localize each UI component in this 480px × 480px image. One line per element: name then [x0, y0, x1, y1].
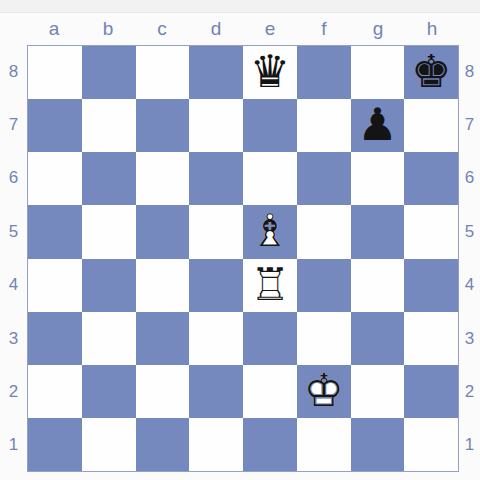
rank-label-1: 1	[0, 419, 27, 472]
square-c5[interactable]	[136, 205, 190, 258]
square-e1[interactable]	[243, 418, 297, 471]
square-d3[interactable]	[189, 312, 243, 365]
square-d6[interactable]	[189, 152, 243, 205]
square-a2[interactable]	[28, 365, 82, 418]
rank-label-6: 6	[459, 152, 480, 205]
square-c2[interactable]	[136, 365, 190, 418]
square-f4[interactable]	[297, 259, 351, 312]
rank-label-8: 8	[459, 45, 480, 98]
square-b5[interactable]	[82, 205, 136, 258]
rank-label-2: 2	[459, 365, 480, 418]
white-rook[interactable]: ♜♖	[243, 259, 297, 312]
square-h4[interactable]	[404, 259, 458, 312]
file-label-a: a	[27, 14, 81, 44]
square-a7[interactable]	[28, 99, 82, 152]
square-h5[interactable]	[404, 205, 458, 258]
square-a5[interactable]	[28, 205, 82, 258]
file-label-e: e	[243, 14, 297, 44]
rank-label-4: 4	[459, 259, 480, 312]
rank-label-4: 4	[0, 259, 27, 312]
square-h3[interactable]	[404, 312, 458, 365]
black-queen-glyph: ♛	[250, 49, 290, 94]
black-queen[interactable]: ♛	[243, 46, 297, 99]
rank-label-3: 3	[459, 312, 480, 365]
square-d8[interactable]	[189, 46, 243, 99]
file-labels: abcdefgh	[27, 14, 459, 44]
rank-label-8: 8	[0, 45, 27, 98]
square-g7[interactable]: ♟	[351, 99, 405, 152]
square-e2[interactable]	[243, 365, 297, 418]
square-e5[interactable]: ♝♗	[243, 205, 297, 258]
square-h6[interactable]	[404, 152, 458, 205]
square-f1[interactable]	[297, 418, 351, 471]
file-label-h: h	[405, 14, 459, 44]
rank-label-1: 1	[459, 419, 480, 472]
square-b8[interactable]	[82, 46, 136, 99]
file-label-f: f	[297, 14, 351, 44]
square-e8[interactable]: ♛	[243, 46, 297, 99]
rank-label-2: 2	[0, 365, 27, 418]
square-d7[interactable]	[189, 99, 243, 152]
square-a8[interactable]	[28, 46, 82, 99]
square-e4[interactable]: ♜♖	[243, 259, 297, 312]
rank-label-7: 7	[459, 98, 480, 151]
black-king[interactable]: ♚	[404, 46, 458, 99]
square-f8[interactable]	[297, 46, 351, 99]
square-g2[interactable]	[351, 365, 405, 418]
square-d4[interactable]	[189, 259, 243, 312]
top-strip	[0, 0, 480, 13]
square-h8[interactable]: ♚	[404, 46, 458, 99]
rank-label-3: 3	[0, 312, 27, 365]
file-label-g: g	[351, 14, 405, 44]
square-b2[interactable]	[82, 365, 136, 418]
square-g6[interactable]	[351, 152, 405, 205]
square-c8[interactable]	[136, 46, 190, 99]
white-king[interactable]: ♚♔	[297, 365, 351, 418]
square-f6[interactable]	[297, 152, 351, 205]
square-g3[interactable]	[351, 312, 405, 365]
square-h2[interactable]	[404, 365, 458, 418]
square-f5[interactable]	[297, 205, 351, 258]
square-a6[interactable]	[28, 152, 82, 205]
square-b6[interactable]	[82, 152, 136, 205]
square-b4[interactable]	[82, 259, 136, 312]
square-h7[interactable]	[404, 99, 458, 152]
white-king-outline: ♔	[303, 368, 343, 413]
rank-label-5: 5	[0, 205, 27, 258]
square-f3[interactable]	[297, 312, 351, 365]
square-d5[interactable]	[189, 205, 243, 258]
file-label-d: d	[189, 14, 243, 44]
square-a3[interactable]	[28, 312, 82, 365]
file-label-c: c	[135, 14, 189, 44]
square-c3[interactable]	[136, 312, 190, 365]
white-rook-outline: ♖	[250, 262, 290, 307]
square-g4[interactable]	[351, 259, 405, 312]
black-king-glyph: ♚	[411, 49, 451, 94]
square-c6[interactable]	[136, 152, 190, 205]
square-e3[interactable]	[243, 312, 297, 365]
rank-label-6: 6	[0, 152, 27, 205]
white-bishop-outline: ♗	[250, 208, 290, 253]
square-c1[interactable]	[136, 418, 190, 471]
square-e7[interactable]	[243, 99, 297, 152]
square-e6[interactable]	[243, 152, 297, 205]
square-a4[interactable]	[28, 259, 82, 312]
chess-board: ♛♚♟♝♗♜♖♚♔	[27, 45, 459, 472]
square-a1[interactable]	[28, 418, 82, 471]
chess-app: abcdefgh 87654321 87654321 ♛♚♟♝♗♜♖♚♔	[0, 0, 480, 480]
square-f7[interactable]	[297, 99, 351, 152]
rank-label-5: 5	[459, 205, 480, 258]
square-g8[interactable]	[351, 46, 405, 99]
rank-label-7: 7	[0, 98, 27, 151]
black-pawn-glyph: ♟	[357, 102, 397, 147]
file-label-b: b	[81, 14, 135, 44]
square-b7[interactable]	[82, 99, 136, 152]
square-g1[interactable]	[351, 418, 405, 471]
square-f2[interactable]: ♚♔	[297, 365, 351, 418]
square-g5[interactable]	[351, 205, 405, 258]
square-d2[interactable]	[189, 365, 243, 418]
white-bishop[interactable]: ♝♗	[243, 205, 297, 258]
square-b3[interactable]	[82, 312, 136, 365]
square-h1[interactable]	[404, 418, 458, 471]
black-pawn[interactable]: ♟	[351, 99, 405, 152]
rank-labels-left: 87654321	[0, 45, 27, 472]
square-c7[interactable]	[136, 99, 190, 152]
square-c4[interactable]	[136, 259, 190, 312]
rank-labels-right: 87654321	[459, 45, 480, 472]
square-d1[interactable]	[189, 418, 243, 471]
square-b1[interactable]	[82, 418, 136, 471]
